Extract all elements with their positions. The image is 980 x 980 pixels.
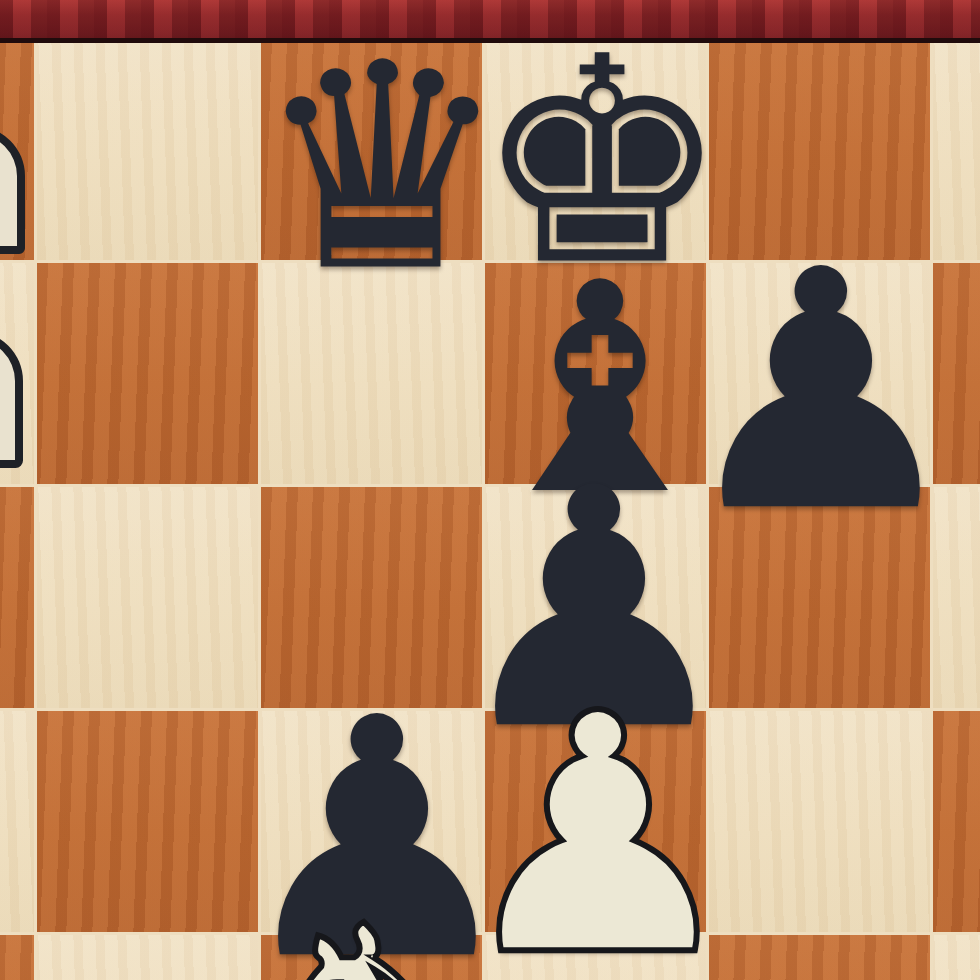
square-c8[interactable]: [37, 39, 258, 260]
square-b5[interactable]: [0, 711, 34, 932]
square-b6[interactable]: [0, 487, 34, 708]
square-c7[interactable]: [37, 263, 258, 484]
top-bar-bottom-edge: [0, 38, 980, 43]
square-g4[interactable]: [933, 935, 980, 980]
square-b4[interactable]: [0, 935, 34, 980]
square-g5[interactable]: [933, 711, 980, 932]
window-top-bar: [0, 0, 980, 43]
square-c6[interactable]: [37, 487, 258, 708]
chessboard-viewport: ♛♚♝♟♟♟♟♞: [0, 0, 980, 980]
square-c4[interactable]: [37, 935, 258, 980]
square-c5[interactable]: [37, 711, 258, 932]
white-knight-d4[interactable]: ♞: [239, 888, 508, 980]
